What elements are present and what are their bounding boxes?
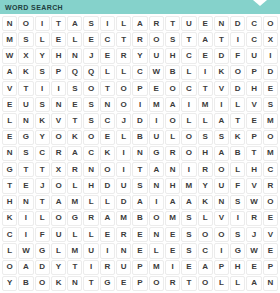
grid-cell[interactable]: K: [198, 195, 213, 210]
grid-cell[interactable]: T: [230, 113, 245, 128]
grid-cell[interactable]: E: [67, 97, 82, 112]
grid-cell[interactable]: E: [83, 32, 98, 47]
grid-cell[interactable]: L: [67, 178, 82, 193]
grid-cell[interactable]: O: [51, 211, 66, 226]
grid-cell[interactable]: P: [51, 65, 66, 80]
grid-cell[interactable]: D: [214, 48, 229, 63]
grid-cell[interactable]: I: [35, 81, 50, 96]
grid-cell[interactable]: S: [18, 146, 33, 161]
grid-cell[interactable]: Y: [51, 260, 66, 275]
grid-cell[interactable]: L: [198, 211, 213, 226]
grid-cell[interactable]: N: [165, 162, 180, 177]
grid-cell[interactable]: H: [51, 48, 66, 63]
grid-cell[interactable]: K: [230, 130, 245, 145]
grid-cell[interactable]: R: [263, 178, 278, 193]
grid-cell[interactable]: E: [246, 260, 261, 275]
grid-cell[interactable]: T: [165, 16, 180, 31]
grid-cell[interactable]: N: [214, 195, 229, 210]
grid-cell[interactable]: O: [263, 16, 278, 31]
grid-cell[interactable]: L: [83, 227, 98, 242]
grid-cell[interactable]: O: [165, 113, 180, 128]
grid-cell[interactable]: L: [100, 195, 115, 210]
grid-cell[interactable]: O: [116, 81, 131, 96]
grid-cell[interactable]: Y: [2, 276, 17, 291]
grid-cell[interactable]: R: [116, 48, 131, 63]
word-search-header: WORD SEARCH: [0, 0, 280, 14]
grid-cell[interactable]: A: [198, 32, 213, 47]
grid-cell[interactable]: X: [18, 48, 33, 63]
grid-cell[interactable]: V: [263, 227, 278, 242]
grid-cell[interactable]: G: [35, 243, 50, 258]
word-search-grid: NOITASILARTUENDCOMSLELECTROSTATICXWXYHNJ…: [0, 14, 280, 293]
grid-cell[interactable]: T: [83, 276, 98, 291]
grid-cell[interactable]: N: [67, 276, 82, 291]
grid-cell[interactable]: O: [198, 227, 213, 242]
grid-cell[interactable]: U: [116, 178, 131, 193]
grid-cell[interactable]: G: [2, 162, 17, 177]
grid-cell[interactable]: Y: [198, 178, 213, 193]
grid-cell[interactable]: R: [67, 162, 82, 177]
grid-cell[interactable]: O: [149, 276, 164, 291]
grid-cell[interactable]: E: [263, 81, 278, 96]
grid-cell[interactable]: O: [51, 130, 66, 145]
grid-cell[interactable]: N: [132, 146, 147, 161]
grid-cell[interactable]: M: [165, 211, 180, 226]
grid-cell[interactable]: I: [100, 243, 115, 258]
grid-cell[interactable]: I: [181, 97, 196, 112]
grid-cell[interactable]: O: [149, 32, 164, 47]
grid-cell[interactable]: T: [181, 276, 196, 291]
grid-cell[interactable]: R: [51, 146, 66, 161]
grid-cell[interactable]: N: [263, 276, 278, 291]
grid-cell[interactable]: A: [149, 162, 164, 177]
grid-cell[interactable]: N: [116, 243, 131, 258]
grid-cell[interactable]: O: [83, 130, 98, 145]
grid-cell[interactable]: T: [132, 162, 147, 177]
grid-cell[interactable]: T: [2, 178, 17, 193]
grid-cell[interactable]: G: [67, 211, 82, 226]
grid-cell[interactable]: W: [149, 65, 164, 80]
grid-cell[interactable]: A: [246, 276, 261, 291]
grid-cell[interactable]: C: [35, 146, 50, 161]
grid-cell[interactable]: I: [198, 65, 213, 80]
grid-cell[interactable]: O: [214, 162, 229, 177]
grid-cell[interactable]: J: [116, 113, 131, 128]
grid-cell[interactable]: L: [116, 65, 131, 80]
grid-cell[interactable]: U: [51, 227, 66, 242]
grid-cell[interactable]: H: [246, 162, 261, 177]
grid-cell[interactable]: R: [132, 32, 147, 47]
grid-cell[interactable]: I: [18, 227, 33, 242]
grid-cell[interactable]: M: [149, 260, 164, 275]
grid-cell[interactable]: V: [214, 211, 229, 226]
grid-cell[interactable]: N: [214, 16, 229, 31]
grid-cell[interactable]: T: [214, 32, 229, 47]
grid-cell[interactable]: E: [263, 243, 278, 258]
grid-cell[interactable]: I: [230, 211, 245, 226]
grid-cell[interactable]: E: [100, 130, 115, 145]
grid-cell[interactable]: Y: [35, 130, 50, 145]
grid-cell[interactable]: N: [51, 97, 66, 112]
grid-cell[interactable]: S: [181, 243, 196, 258]
grid-cell[interactable]: O: [181, 130, 196, 145]
grid-cell[interactable]: F: [35, 227, 50, 242]
grid-cell[interactable]: O: [51, 178, 66, 193]
grid-cell[interactable]: C: [181, 48, 196, 63]
grid-cell[interactable]: E: [100, 48, 115, 63]
grid-cell[interactable]: J: [246, 227, 261, 242]
grid-cell[interactable]: U: [214, 178, 229, 193]
grid-cell[interactable]: M: [67, 195, 82, 210]
grid-cell[interactable]: V: [246, 178, 261, 193]
grid-cell[interactable]: T: [35, 162, 50, 177]
grid-cell[interactable]: B: [132, 211, 147, 226]
grid-cell[interactable]: R: [246, 211, 261, 226]
grid-cell[interactable]: O: [149, 211, 164, 226]
grid-cell[interactable]: I: [83, 260, 98, 275]
grid-cell[interactable]: T: [35, 195, 50, 210]
grid-cell[interactable]: X: [263, 32, 278, 47]
grid-cell[interactable]: D: [100, 178, 115, 193]
grid-cell[interactable]: W: [246, 243, 261, 258]
grid-cell[interactable]: Q: [83, 65, 98, 80]
grid-cell[interactable]: G: [18, 130, 33, 145]
grid-cell[interactable]: B: [230, 146, 245, 161]
grid-cell[interactable]: H: [83, 178, 98, 193]
grid-cell[interactable]: X: [51, 162, 66, 177]
grid-cell[interactable]: L: [149, 243, 164, 258]
grid-cell[interactable]: S: [165, 32, 180, 47]
grid-cell[interactable]: E: [100, 227, 115, 242]
grid-cell[interactable]: D: [230, 16, 245, 31]
grid-cell[interactable]: O: [214, 227, 229, 242]
grid-cell[interactable]: E: [198, 16, 213, 31]
grid-cell[interactable]: G: [230, 243, 245, 258]
grid-cell[interactable]: U: [18, 97, 33, 112]
grid-cell[interactable]: K: [51, 276, 66, 291]
page-title: WORD SEARCH: [5, 4, 63, 11]
grid-cell[interactable]: I: [35, 16, 50, 31]
grid-cell[interactable]: I: [263, 48, 278, 63]
grid-cell[interactable]: K: [100, 146, 115, 161]
grid-cell[interactable]: M: [263, 146, 278, 161]
grid-cell[interactable]: E: [198, 48, 213, 63]
grid-cell[interactable]: L: [35, 32, 50, 47]
grid-cell[interactable]: E: [263, 211, 278, 226]
grid-cell[interactable]: M: [116, 211, 131, 226]
grid-cell[interactable]: G: [100, 276, 115, 291]
grid-cell[interactable]: H: [165, 178, 180, 193]
grid-cell[interactable]: I: [149, 113, 164, 128]
grid-cell[interactable]: U: [181, 16, 196, 31]
grid-cell[interactable]: Y: [35, 48, 50, 63]
grid-cell[interactable]: K: [18, 65, 33, 80]
grid-cell[interactable]: K: [35, 113, 50, 128]
grid-cell[interactable]: T: [18, 81, 33, 96]
grid-cell[interactable]: A: [165, 97, 180, 112]
grid-cell[interactable]: B: [18, 276, 33, 291]
chevron-down-icon: [253, 0, 267, 6]
grid-cell[interactable]: L: [230, 276, 245, 291]
grid-cell[interactable]: U: [246, 48, 261, 63]
grid-cell[interactable]: S: [198, 130, 213, 145]
grid-cell[interactable]: L: [2, 113, 17, 128]
grid-cell[interactable]: I: [214, 243, 229, 258]
grid-cell[interactable]: V: [51, 113, 66, 128]
grid-cell[interactable]: T: [116, 32, 131, 47]
grid-cell[interactable]: C: [263, 162, 278, 177]
grid-cell[interactable]: K: [214, 65, 229, 80]
grid-cell[interactable]: L: [230, 97, 245, 112]
grid-cell[interactable]: E: [2, 130, 17, 145]
grid-cell[interactable]: C: [2, 227, 17, 242]
grid-cell[interactable]: T: [67, 113, 82, 128]
grid-cell[interactable]: R: [165, 276, 180, 291]
grid-cell[interactable]: C: [100, 32, 115, 47]
grid-cell[interactable]: L: [181, 65, 196, 80]
grid-cell[interactable]: K: [2, 211, 17, 226]
grid-cell[interactable]: S: [67, 81, 82, 96]
grid-cell[interactable]: M: [181, 178, 196, 193]
grid-cell[interactable]: J: [83, 48, 98, 63]
grid-cell[interactable]: E: [2, 97, 17, 112]
grid-cell[interactable]: E: [181, 260, 196, 275]
grid-cell[interactable]: C: [181, 81, 196, 96]
grid-cell[interactable]: S: [230, 195, 245, 210]
grid-cell[interactable]: P: [132, 260, 147, 275]
grid-cell[interactable]: L: [35, 211, 50, 226]
grid-cell[interactable]: I: [165, 260, 180, 275]
grid-cell[interactable]: T: [67, 260, 82, 275]
grid-cell[interactable]: I: [214, 97, 229, 112]
grid-cell[interactable]: H: [2, 195, 17, 210]
grid-cell[interactable]: N: [2, 16, 17, 31]
grid-cell[interactable]: O: [198, 276, 213, 291]
grid-cell[interactable]: B: [165, 65, 180, 80]
grid-cell[interactable]: P: [246, 130, 261, 145]
grid-cell[interactable]: A: [51, 195, 66, 210]
grid-cell[interactable]: B: [132, 130, 147, 145]
grid-cell[interactable]: O: [116, 97, 131, 112]
grid-cell[interactable]: S: [214, 130, 229, 145]
grid-cell[interactable]: Q: [67, 65, 82, 80]
grid-cell[interactable]: I: [18, 211, 33, 226]
grid-cell[interactable]: C: [198, 243, 213, 258]
grid-cell[interactable]: N: [67, 48, 82, 63]
grid-cell[interactable]: D: [263, 65, 278, 80]
grid-cell[interactable]: A: [67, 16, 82, 31]
grid-cell[interactable]: C: [246, 16, 261, 31]
grid-cell[interactable]: L: [198, 113, 213, 128]
grid-cell[interactable]: S: [230, 227, 245, 242]
grid-cell[interactable]: A: [132, 16, 147, 31]
grid-cell[interactable]: A: [2, 65, 17, 80]
grid-cell[interactable]: K: [67, 130, 82, 145]
grid-cell[interactable]: P: [263, 260, 278, 275]
grid-cell[interactable]: I: [230, 32, 245, 47]
grid-cell[interactable]: N: [149, 227, 164, 242]
grid-cell[interactable]: L: [116, 16, 131, 31]
grid-cell[interactable]: L: [165, 130, 180, 145]
grid-cell[interactable]: D: [35, 260, 50, 275]
grid-cell[interactable]: O: [230, 65, 245, 80]
grid-cell[interactable]: A: [67, 146, 82, 161]
grid-cell[interactable]: D: [116, 195, 131, 210]
grid-cell[interactable]: U: [149, 48, 164, 63]
grid-cell[interactable]: T: [18, 162, 33, 177]
grid-cell[interactable]: M: [2, 32, 17, 47]
grid-cell[interactable]: I: [100, 16, 115, 31]
grid-cell[interactable]: C: [132, 65, 147, 80]
grid-cell[interactable]: A: [18, 260, 33, 275]
grid-cell[interactable]: H: [198, 146, 213, 161]
grid-cell[interactable]: E: [149, 81, 164, 96]
grid-cell[interactable]: P: [214, 260, 229, 275]
grid-cell[interactable]: U: [116, 260, 131, 275]
grid-cell[interactable]: O: [2, 260, 17, 275]
grid-cell[interactable]: H: [230, 260, 245, 275]
grid-cell[interactable]: O: [35, 276, 50, 291]
grid-cell[interactable]: S: [263, 97, 278, 112]
grid-cell[interactable]: F: [230, 48, 245, 63]
grid-cell[interactable]: U: [149, 130, 164, 145]
grid-cell[interactable]: S: [83, 97, 98, 112]
grid-cell[interactable]: A: [181, 195, 196, 210]
grid-cell[interactable]: N: [149, 178, 164, 193]
grid-cell[interactable]: S: [83, 113, 98, 128]
grid-cell[interactable]: O: [263, 130, 278, 145]
grid-cell[interactable]: T: [51, 16, 66, 31]
grid-cell[interactable]: G: [149, 146, 164, 161]
grid-cell[interactable]: L: [67, 227, 82, 242]
grid-cell[interactable]: D: [132, 113, 147, 128]
grid-cell[interactable]: W: [246, 195, 261, 210]
grid-cell[interactable]: S: [35, 97, 50, 112]
grid-cell[interactable]: N: [100, 97, 115, 112]
grid-cell[interactable]: I: [181, 162, 196, 177]
grid-cell[interactable]: O: [181, 146, 196, 161]
grid-cell[interactable]: Y: [132, 48, 147, 63]
grid-cell[interactable]: M: [149, 97, 164, 112]
grid-cell[interactable]: P: [246, 65, 261, 80]
grid-cell[interactable]: L: [116, 130, 131, 145]
grid-cell[interactable]: R: [198, 162, 213, 177]
grid-cell[interactable]: E: [51, 32, 66, 47]
grid-cell[interactable]: E: [246, 113, 261, 128]
grid-cell[interactable]: R: [165, 146, 180, 161]
grid-cell[interactable]: M: [198, 97, 213, 112]
grid-cell[interactable]: N: [18, 195, 33, 210]
grid-cell[interactable]: L: [67, 32, 82, 47]
grid-cell[interactable]: M: [263, 113, 278, 128]
grid-cell[interactable]: L: [83, 195, 98, 210]
grid-cell[interactable]: A: [165, 195, 180, 210]
grid-cell[interactable]: E: [18, 178, 33, 193]
grid-cell[interactable]: S: [132, 178, 147, 193]
grid-cell[interactable]: A: [198, 260, 213, 275]
grid-cell[interactable]: A: [214, 146, 229, 161]
grid-cell[interactable]: N: [2, 146, 17, 161]
grid-cell[interactable]: S: [83, 16, 98, 31]
grid-cell[interactable]: L: [230, 162, 245, 177]
grid-cell[interactable]: C: [83, 146, 98, 161]
grid-cell[interactable]: V: [246, 97, 261, 112]
grid-cell[interactable]: C: [100, 113, 115, 128]
grid-cell[interactable]: A: [214, 113, 229, 128]
grid-cell[interactable]: O: [100, 162, 115, 177]
grid-cell[interactable]: A: [132, 195, 147, 210]
grid-cell[interactable]: M: [67, 243, 82, 258]
grid-cell[interactable]: O: [263, 195, 278, 210]
grid-cell[interactable]: W: [18, 243, 33, 258]
grid-cell[interactable]: V: [2, 81, 17, 96]
grid-cell[interactable]: L: [100, 65, 115, 80]
grid-cell[interactable]: S: [181, 211, 196, 226]
grid-cell[interactable]: I: [132, 97, 147, 112]
grid-cell[interactable]: N: [83, 162, 98, 177]
grid-cell[interactable]: I: [116, 146, 131, 161]
grid-cell[interactable]: S: [35, 65, 50, 80]
grid-cell[interactable]: L: [51, 243, 66, 258]
grid-cell[interactable]: F: [230, 178, 245, 193]
grid-cell[interactable]: E: [116, 276, 131, 291]
grid-cell[interactable]: R: [116, 227, 131, 242]
grid-cell[interactable]: W: [2, 48, 17, 63]
grid-cell[interactable]: E: [165, 243, 180, 258]
grid-cell[interactable]: O: [18, 16, 33, 31]
grid-cell[interactable]: H: [165, 48, 180, 63]
grid-cell[interactable]: P: [132, 276, 147, 291]
grid-cell[interactable]: O: [165, 81, 180, 96]
grid-cell[interactable]: T: [198, 81, 213, 96]
grid-cell[interactable]: I: [51, 81, 66, 96]
grid-cell[interactable]: T: [100, 81, 115, 96]
grid-cell[interactable]: A: [100, 211, 115, 226]
grid-cell[interactable]: C: [246, 32, 261, 47]
grid-cell[interactable]: J: [35, 178, 50, 193]
grid-cell[interactable]: E: [132, 227, 147, 242]
grid-cell[interactable]: L: [181, 113, 196, 128]
grid-cell[interactable]: I: [116, 162, 131, 177]
grid-cell[interactable]: P: [132, 81, 147, 96]
grid-cell[interactable]: R: [100, 260, 115, 275]
grid-cell[interactable]: N: [18, 113, 33, 128]
grid-cell[interactable]: V: [214, 81, 229, 96]
grid-cell[interactable]: S: [181, 227, 196, 242]
grid-cell[interactable]: T: [181, 32, 196, 47]
grid-cell[interactable]: U: [83, 243, 98, 258]
grid-cell[interactable]: H: [246, 81, 261, 96]
grid-cell[interactable]: R: [83, 211, 98, 226]
grid-cell[interactable]: L: [2, 243, 17, 258]
grid-cell[interactable]: E: [165, 227, 180, 242]
grid-cell[interactable]: D: [230, 81, 245, 96]
grid-cell[interactable]: I: [149, 195, 164, 210]
grid-cell[interactable]: L: [214, 276, 229, 291]
grid-cell[interactable]: O: [83, 81, 98, 96]
grid-cell[interactable]: S: [18, 32, 33, 47]
grid-cell[interactable]: T: [246, 146, 261, 161]
grid-cell[interactable]: E: [132, 243, 147, 258]
grid-cell[interactable]: R: [149, 16, 164, 31]
